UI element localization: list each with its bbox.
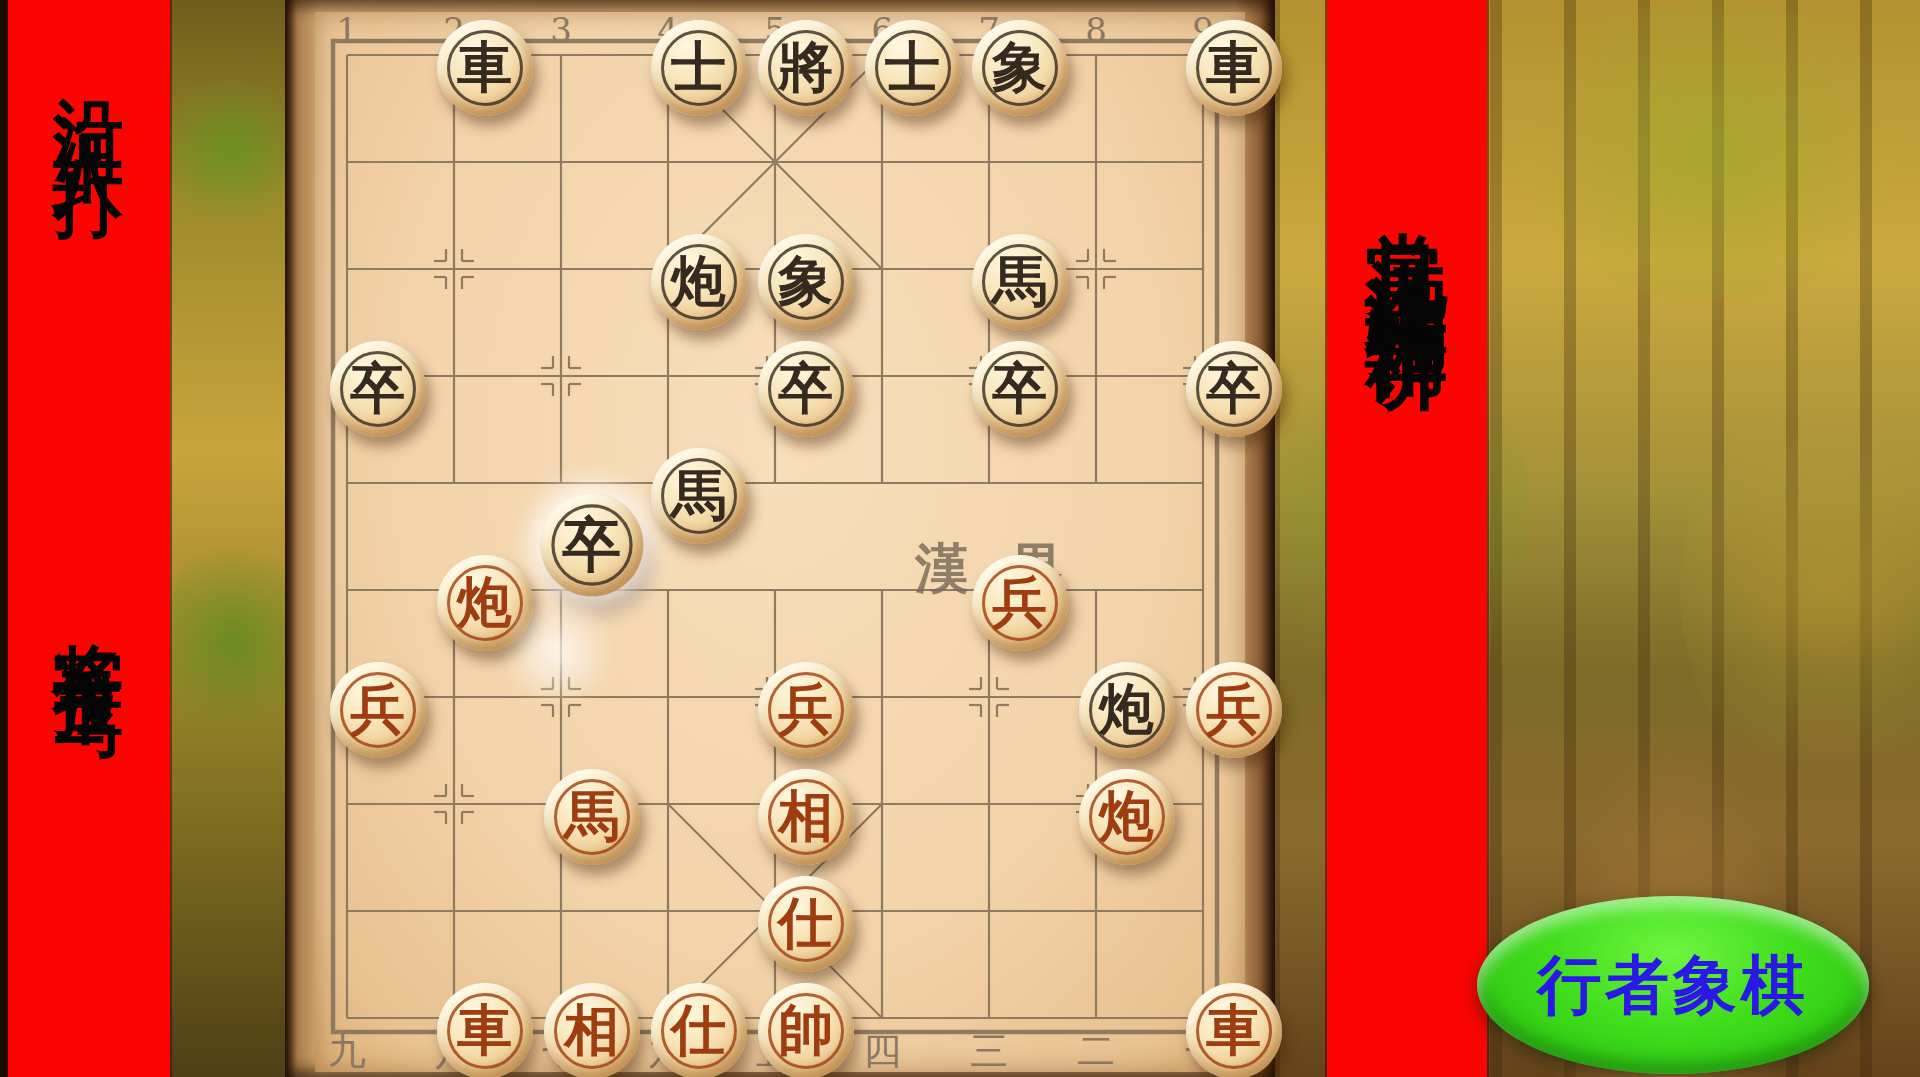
- piece-glyph: 卒: [350, 360, 405, 415]
- channel-logo[interactable]: 行者象棋: [1477, 896, 1869, 1074]
- left-banner-line1: 沿河十八打: [42, 42, 136, 132]
- piece-glyph: 士: [885, 39, 940, 94]
- piece-black-卒[interactable]: 卒: [1186, 341, 1282, 437]
- piece-black-卒[interactable]: 卒: [330, 341, 426, 437]
- piece-black-象[interactable]: 象: [758, 234, 854, 330]
- right-title-banner: 常见江湖骗招精讲: [1327, 0, 1487, 1077]
- piece-black-象[interactable]: 象: [972, 20, 1068, 116]
- piece-red-仕[interactable]: 仕: [651, 983, 747, 1077]
- left-edge-strip: [0, 0, 8, 1077]
- xiangqi-board[interactable]: 123456789九八七六五四三二一 漢界 車士將士象車炮象馬卒卒卒卒馬卒炮炮兵…: [315, 12, 1245, 1072]
- piece-glyph: 兵: [778, 681, 833, 736]
- piece-glyph: 兵: [350, 681, 405, 736]
- piece-black-士[interactable]: 士: [651, 20, 747, 116]
- piece-red-相[interactable]: 相: [758, 769, 854, 865]
- piece-black-馬[interactable]: 馬: [651, 448, 747, 544]
- piece-red-馬[interactable]: 馬: [544, 769, 640, 865]
- piece-red-車[interactable]: 車: [1186, 983, 1282, 1077]
- piece-black-炮[interactable]: 炮: [651, 234, 747, 330]
- piece-black-士[interactable]: 士: [865, 20, 961, 116]
- piece-glyph: 卒: [562, 514, 621, 573]
- piece-glyph: 相: [778, 788, 833, 843]
- piece-glyph: 馬: [564, 788, 619, 843]
- piece-red-兵[interactable]: 兵: [1186, 662, 1282, 758]
- piece-black-卒[interactable]: 卒: [972, 341, 1068, 437]
- piece-glyph: 車: [457, 39, 512, 94]
- piece-red-兵[interactable]: 兵: [972, 555, 1068, 651]
- move-smoke-effect: [490, 604, 625, 699]
- piece-glyph: 兵: [992, 574, 1047, 629]
- piece-glyph: 車: [1206, 39, 1261, 94]
- piece-glyph: 將: [778, 39, 833, 94]
- piece-black-馬[interactable]: 馬: [972, 234, 1068, 330]
- piece-black-車[interactable]: 車: [1186, 20, 1282, 116]
- right-banner-text: 常见江湖骗招精讲: [1352, 166, 1462, 278]
- pieces-layer: 車士將士象車炮象馬卒卒卒卒馬卒炮炮兵兵兵兵馬相炮仕車相仕帥車: [324, 14, 1287, 1077]
- piece-glyph: 馬: [992, 253, 1047, 308]
- piece-glyph: 象: [992, 39, 1047, 94]
- piece-glyph: 卒: [1206, 360, 1261, 415]
- piece-red-炮[interactable]: 炮: [1079, 769, 1175, 865]
- piece-glyph: 帥: [778, 1002, 833, 1057]
- piece-glyph: 相: [564, 1002, 619, 1057]
- piece-red-車[interactable]: 車: [437, 983, 533, 1077]
- piece-glyph: 炮: [1099, 681, 1154, 736]
- piece-glyph: 士: [671, 39, 726, 94]
- piece-black-將[interactable]: 將: [758, 20, 854, 116]
- piece-glyph: 卒: [778, 360, 833, 415]
- piece-glyph: 仕: [778, 895, 833, 950]
- forest-backdrop-left: [162, 0, 292, 1077]
- piece-red-帥[interactable]: 帥: [758, 983, 854, 1077]
- channel-logo-text: 行者象棋: [1537, 942, 1809, 1029]
- left-title-banner: 沿河十八打 将军拉下马: [8, 0, 170, 1077]
- left-banner-line2: 将军拉下马: [42, 586, 136, 656]
- piece-glyph: 馬: [671, 467, 726, 522]
- piece-glyph: 炮: [671, 253, 726, 308]
- piece-glyph: 炮: [1099, 788, 1154, 843]
- piece-red-兵[interactable]: 兵: [758, 662, 854, 758]
- piece-red-兵[interactable]: 兵: [330, 662, 426, 758]
- piece-glyph: 仕: [671, 1002, 726, 1057]
- piece-black-卒[interactable]: 卒: [758, 341, 854, 437]
- piece-red-相[interactable]: 相: [544, 983, 640, 1077]
- piece-glyph: 車: [457, 1002, 512, 1057]
- piece-glyph: 卒: [992, 360, 1047, 415]
- piece-glyph: 車: [1206, 1002, 1261, 1057]
- piece-black-炮[interactable]: 炮: [1079, 662, 1175, 758]
- piece-black-卒[interactable]: 卒: [540, 493, 643, 596]
- piece-glyph: 兵: [1206, 681, 1261, 736]
- piece-red-仕[interactable]: 仕: [758, 876, 854, 972]
- piece-glyph: 炮: [457, 574, 512, 629]
- piece-black-車[interactable]: 車: [437, 20, 533, 116]
- piece-glyph: 象: [778, 253, 833, 308]
- xiangqi-board-frame: 123456789九八七六五四三二一 漢界 車士將士象車炮象馬卒卒卒卒馬卒炮炮兵…: [285, 0, 1275, 1077]
